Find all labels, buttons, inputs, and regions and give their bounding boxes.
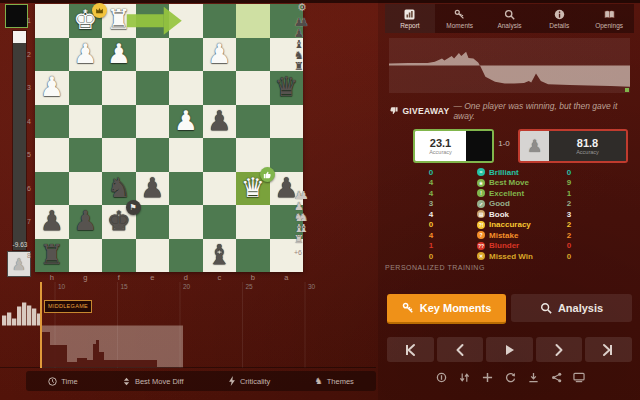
- square-a3[interactable]: ♛: [270, 71, 304, 105]
- square-a5[interactable]: [270, 138, 304, 172]
- analysis-label: Analysis: [558, 302, 603, 314]
- square-f7[interactable]: ♚⚑: [102, 205, 136, 239]
- white-advantage-bar: [12, 319, 16, 326]
- evaluation-graph[interactable]: [389, 38, 630, 93]
- play-button[interactable]: [486, 337, 533, 362]
- knight-icon: ♞: [315, 376, 323, 386]
- white-pawn-c2[interactable]: ♟: [203, 37, 237, 71]
- magnifier-icon: [540, 302, 552, 314]
- captured-rooks: ♜: [294, 61, 299, 72]
- classification-row-brilliant: 0=Brilliant0: [389, 167, 630, 178]
- square-g5[interactable]: [69, 138, 103, 172]
- move-tick-15: 15: [121, 283, 128, 290]
- square-g8[interactable]: [69, 239, 103, 273]
- white-count: 4: [389, 210, 473, 219]
- square-d6[interactable]: [169, 172, 203, 206]
- evaluation-area: [389, 52, 630, 87]
- timeline-tab-themes[interactable]: ♞ Themes: [315, 376, 354, 386]
- mistake-icon: ?: [477, 231, 485, 239]
- timeline-tab-criticality[interactable]: Criticality: [228, 376, 270, 386]
- black-rook-h8[interactable]: ♜: [35, 238, 69, 272]
- clock-icon: [48, 377, 57, 386]
- tab-moments[interactable]: Moments: [435, 4, 485, 33]
- classification-row-best-move: 4★Best Move9: [389, 178, 630, 189]
- rank-label-4: 4: [19, 118, 31, 125]
- key-icon: [402, 302, 414, 314]
- square-e1[interactable]: [136, 4, 170, 38]
- square-e5[interactable]: [136, 138, 170, 172]
- square-b2[interactable]: [236, 38, 270, 72]
- rank-label-7: 7: [19, 218, 31, 225]
- key-moments-button[interactable]: Key Moments: [387, 294, 506, 324]
- file-label-b: b: [236, 273, 270, 282]
- chess-board[interactable]: ♚♜♟♟♟♟♛♟♟♞♟♛♟♟♟♚⚑♜♝: [35, 4, 303, 272]
- captured-by-white-tray: ♟♟♟♝♞♜: [294, 17, 314, 72]
- black-pawn-g7[interactable]: ♟: [69, 204, 103, 238]
- square-f1[interactable]: ♜: [102, 4, 136, 38]
- black-accuracy-box: ♟ 81.8 Accuracy: [518, 129, 628, 163]
- square-c2[interactable]: ♟: [203, 38, 237, 72]
- go-to-start-button[interactable]: [387, 337, 434, 362]
- move-tick-25: 25: [246, 283, 253, 290]
- move-classification-table: 0=Brilliant04★Best Move94!Excellent13✓Go…: [389, 167, 630, 262]
- square-c6[interactable]: [203, 172, 237, 206]
- square-e8[interactable]: [136, 239, 170, 273]
- winner-crown-badge: [92, 3, 107, 18]
- classification-label: Brilliant: [489, 168, 549, 177]
- best-move-icon: ★: [477, 179, 485, 187]
- tab-analysis[interactable]: Analysis: [485, 4, 535, 33]
- add-icon[interactable]: [481, 371, 493, 383]
- resigned-flag-badge: ⚑: [126, 200, 141, 215]
- black-bishop-c8[interactable]: ♝: [203, 238, 237, 272]
- classification-label: Inaccuracy: [489, 220, 549, 229]
- square-a4[interactable]: [270, 105, 304, 139]
- classification-row-excellent: 4!Excellent1: [389, 188, 630, 199]
- classification-label: Mistake: [489, 231, 549, 240]
- square-h2[interactable]: [35, 38, 69, 72]
- classification-row-inaccuracy: 0?!Inaccuracy2: [389, 220, 630, 231]
- tab-details[interactable]: Details: [534, 4, 584, 33]
- white-accuracy-value-area: 23.1 Accuracy: [415, 131, 466, 161]
- white-advantage-bar: [17, 307, 21, 326]
- white-advantage-bar: [2, 316, 6, 326]
- black-pawn-c4[interactable]: ♟: [203, 104, 237, 138]
- board-settings-gear-icon[interactable]: ⚙: [294, 1, 310, 14]
- analysis-button[interactable]: Analysis: [511, 294, 632, 322]
- magnifier-icon: [504, 9, 515, 20]
- square-g2[interactable]: ♟: [69, 38, 103, 72]
- classification-label: Good: [489, 199, 549, 208]
- white-count: 0: [389, 220, 473, 229]
- black-player-avatar-small[interactable]: ♟: [520, 131, 549, 161]
- square-h3[interactable]: ♟: [35, 71, 69, 105]
- inaccuracy-icon: ?!: [477, 221, 485, 229]
- square-g3[interactable]: [69, 71, 103, 105]
- square-b8[interactable]: [236, 239, 270, 273]
- square-f3[interactable]: [102, 71, 136, 105]
- file-label-d: d: [169, 273, 203, 282]
- move-tick-20: 20: [183, 283, 190, 290]
- blunder-icon: ??: [477, 242, 485, 250]
- file-label-a: a: [270, 273, 304, 282]
- square-d5[interactable]: [169, 138, 203, 172]
- reset-icon[interactable]: [504, 371, 516, 383]
- black-pawn-e6[interactable]: ♟: [136, 171, 170, 205]
- giveaway-text: — One player was winning, but then gave …: [453, 101, 630, 121]
- file-label-h: h: [35, 273, 69, 282]
- graph-end-marker: [625, 88, 629, 92]
- good-icon: ✓: [477, 200, 485, 208]
- black-accuracy-value: 81.8: [577, 137, 598, 149]
- computer-icon[interactable]: [573, 371, 585, 383]
- book-icon: [604, 9, 615, 20]
- square-c4[interactable]: ♟: [203, 105, 237, 139]
- square-h6[interactable]: [35, 172, 69, 206]
- square-e2[interactable]: [136, 38, 170, 72]
- white-count: 4: [389, 178, 473, 187]
- rank-label-1: 1: [19, 17, 31, 24]
- square-d7[interactable]: [169, 205, 203, 239]
- giveaway-summary: GIVEAWAY — One player was winning, but t…: [389, 101, 630, 121]
- white-accuracy-label: Accuracy: [429, 149, 452, 155]
- timeline-tab-time[interactable]: Time: [48, 377, 77, 386]
- square-b3[interactable]: [236, 71, 270, 105]
- square-d2[interactable]: [169, 38, 203, 72]
- black-count: 0: [549, 241, 589, 250]
- tab-openings[interactable]: Openings: [584, 4, 634, 33]
- white-count: 1: [389, 241, 473, 250]
- black-count: 2: [549, 199, 589, 208]
- white-pawn-g2[interactable]: ♟: [69, 37, 103, 71]
- black-count: 2: [549, 231, 589, 240]
- white-count: 4: [389, 189, 473, 198]
- square-f4[interactable]: [102, 105, 136, 139]
- classification-label: Blunder: [489, 241, 549, 250]
- classification-label: Book: [489, 210, 549, 219]
- white-player-avatar-small[interactable]: [466, 131, 492, 161]
- classification-row-blunder: 1??Blunder0: [389, 241, 630, 252]
- square-b7[interactable]: [236, 205, 270, 239]
- black-count: 1: [549, 189, 589, 198]
- square-h1[interactable]: [35, 4, 69, 38]
- square-b4[interactable]: [236, 105, 270, 139]
- white-pawn-h3[interactable]: ♟: [35, 70, 69, 104]
- black-count: 2: [549, 220, 589, 229]
- black-accuracy-value-area: 81.8 Accuracy: [549, 131, 626, 161]
- coins-icon[interactable]: [435, 371, 447, 383]
- download-icon[interactable]: [527, 371, 539, 383]
- white-player-avatar[interactable]: [5, 4, 28, 28]
- black-count: 0: [549, 168, 589, 177]
- file-label-g: g: [69, 273, 103, 282]
- timeline-tabbar: Time Best Move Diff Criticality ♞ Themes: [26, 371, 376, 391]
- square-f8[interactable]: [102, 239, 136, 273]
- brilliant-icon: =: [477, 168, 485, 176]
- black-count: 0: [549, 252, 589, 261]
- white-count: 0: [389, 168, 473, 177]
- square-f2[interactable]: ♟: [102, 38, 136, 72]
- white-rook-f1[interactable]: ♜: [102, 3, 136, 37]
- square-h5[interactable]: [35, 138, 69, 172]
- move-navigation: [387, 337, 633, 362]
- book-icon: ▤: [477, 210, 485, 218]
- missed-win-icon: ✕: [477, 252, 485, 260]
- evaluation-bar-white-portion: [13, 31, 26, 43]
- black-pawn-h7[interactable]: ♟: [35, 204, 69, 238]
- square-c7[interactable]: [203, 205, 237, 239]
- move-tick-30: 30: [308, 283, 315, 290]
- square-h7[interactable]: ♟: [35, 205, 69, 239]
- rank-label-3: 3: [19, 84, 31, 91]
- go-to-end-button[interactable]: [585, 337, 632, 362]
- rank-label-8: 8: [19, 252, 31, 259]
- game-result: 1-0: [490, 139, 518, 148]
- key-moments-label: Key Moments: [420, 302, 492, 314]
- square-c1[interactable]: [203, 4, 237, 38]
- white-advantage-bar: [7, 313, 11, 326]
- square-g7[interactable]: ♟: [69, 205, 103, 239]
- white-advantage-bar: [22, 303, 26, 326]
- classification-row-mistake: 4?Mistake2: [389, 230, 630, 241]
- square-c5[interactable]: [203, 138, 237, 172]
- square-g1[interactable]: ♚: [69, 4, 103, 38]
- info-icon: [554, 9, 565, 20]
- white-count: 0: [389, 252, 473, 261]
- square-b6[interactable]: ♛: [236, 172, 270, 206]
- sort-arrows-icon: [122, 377, 131, 386]
- move-tick-10: 10: [58, 283, 65, 290]
- captured-by-black-tray: ♟♟♟♞♞♝♝♜+6: [294, 190, 314, 258]
- file-label-e: e: [136, 273, 170, 282]
- captured-rooks: ♜: [294, 234, 299, 245]
- white-count: 4: [389, 231, 473, 240]
- square-e3[interactable]: [136, 71, 170, 105]
- timeline-tab-best-move-diff[interactable]: Best Move Diff: [122, 377, 184, 386]
- lightning-icon: [228, 376, 236, 386]
- giveaway-title: GIVEAWAY: [402, 106, 449, 116]
- square-e6[interactable]: ♟: [136, 172, 170, 206]
- rank-label-5: 5: [19, 151, 31, 158]
- move-timeline-graph[interactable]: [0, 282, 376, 368]
- key-icon: [454, 9, 465, 20]
- game-phase-label: MIDDLEGAME: [44, 300, 92, 313]
- good-move-thumbs-up-badge: [260, 167, 275, 182]
- classification-label: Excellent: [489, 189, 549, 198]
- white-pawn-d4[interactable]: ♟: [169, 104, 203, 138]
- square-g6[interactable]: [69, 172, 103, 206]
- black-knight-f6[interactable]: ♞: [102, 171, 136, 205]
- classification-row-book: 4▤Book3: [389, 209, 630, 220]
- report-icon: [404, 9, 415, 20]
- share-icon[interactable]: [550, 371, 562, 383]
- square-d3[interactable]: [169, 71, 203, 105]
- white-accuracy-value: 23.1: [430, 137, 451, 149]
- rank-label-6: 6: [19, 185, 31, 192]
- white-pawn-f2[interactable]: ♟: [102, 37, 136, 71]
- tab-report[interactable]: Report: [385, 4, 435, 33]
- square-d4[interactable]: ♟: [169, 105, 203, 139]
- white-count: 3: [389, 199, 473, 208]
- white-advantage-bar: [32, 309, 36, 326]
- file-label-f: f: [102, 273, 136, 282]
- black-accuracy-label: Accuracy: [576, 149, 599, 155]
- black-count: 3: [549, 210, 589, 219]
- square-h4[interactable]: [35, 105, 69, 139]
- square-d8[interactable]: [169, 239, 203, 273]
- black-queen-a3[interactable]: ♛: [270, 70, 304, 104]
- square-h8[interactable]: ♜: [35, 239, 69, 273]
- square-b1[interactable]: [236, 4, 270, 38]
- white-accuracy-box: 23.1 Accuracy: [413, 129, 494, 163]
- next-move-button[interactable]: [536, 337, 583, 362]
- square-c3[interactable]: [203, 71, 237, 105]
- analysis-toolbar: [387, 371, 633, 383]
- square-e4[interactable]: [136, 105, 170, 139]
- flip-board-icon[interactable]: [458, 371, 470, 383]
- square-e7[interactable]: [136, 205, 170, 239]
- classification-label: Missed Win: [489, 252, 549, 261]
- thumbs-down-icon: [389, 106, 398, 116]
- personalized-training-label: PERSONALIZED TRAINING: [385, 264, 485, 271]
- report-tabbar: Report Moments Analysis Details Openings: [385, 4, 634, 33]
- square-d1[interactable]: [169, 4, 203, 38]
- black-count: 9: [549, 178, 589, 187]
- evaluation-value: -9.63: [9, 241, 31, 248]
- classification-label: Best Move: [489, 178, 549, 187]
- previous-move-button[interactable]: [437, 337, 484, 362]
- excellent-icon: !: [477, 189, 485, 197]
- square-c8[interactable]: ♝: [203, 239, 237, 273]
- material-advantage: +6: [294, 247, 302, 258]
- rank-label-2: 2: [19, 51, 31, 58]
- file-label-c: c: [203, 273, 237, 282]
- square-f5[interactable]: [102, 138, 136, 172]
- classification-row-missed-win: 0✕Missed Win0: [389, 251, 630, 262]
- timeline-cursor[interactable]: [40, 282, 42, 368]
- white-advantage-bar: [27, 306, 31, 326]
- classification-row-good: 3✓Good2: [389, 199, 630, 210]
- square-g4[interactable]: [69, 105, 103, 139]
